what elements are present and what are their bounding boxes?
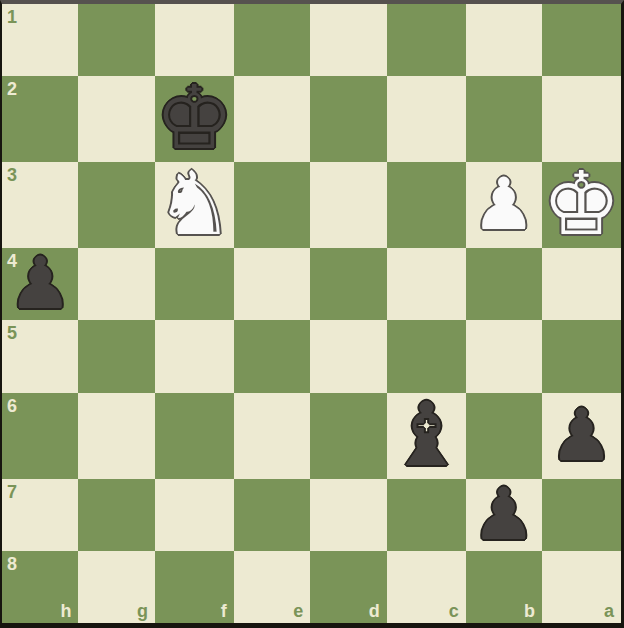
square-e1[interactable] <box>234 4 310 76</box>
square-d4[interactable] <box>310 248 386 320</box>
rank-label-1: 1 <box>7 8 17 26</box>
square-f7[interactable] <box>155 479 234 551</box>
black-king-piece[interactable]: ♚ <box>155 74 234 162</box>
square-a4[interactable] <box>542 248 621 320</box>
file-label-e: e <box>293 602 303 620</box>
square-a5[interactable] <box>542 320 621 392</box>
square-g2[interactable] <box>78 76 154 162</box>
black-pawn-piece[interactable]: ♟ <box>472 478 537 550</box>
square-e6[interactable] <box>234 393 310 479</box>
white-king-piece[interactable]: ♚ <box>542 160 621 248</box>
file-label-h: h <box>60 602 71 620</box>
square-a6[interactable]: ♟ <box>542 393 621 479</box>
square-f6[interactable] <box>155 393 234 479</box>
square-e8[interactable]: e <box>234 551 310 623</box>
square-c3[interactable] <box>387 162 466 248</box>
square-e5[interactable] <box>234 320 310 392</box>
square-g3[interactable] <box>78 162 154 248</box>
square-g5[interactable] <box>78 320 154 392</box>
square-h1[interactable]: 1 <box>2 4 78 76</box>
square-e3[interactable] <box>234 162 310 248</box>
rank-label-6: 6 <box>7 397 17 415</box>
black-pawn-piece[interactable]: ♟ <box>549 399 614 471</box>
square-f2[interactable]: ♚ <box>155 76 234 162</box>
square-f5[interactable] <box>155 320 234 392</box>
square-h5[interactable]: 5 <box>2 320 78 392</box>
square-a2[interactable] <box>542 76 621 162</box>
rank-label-5: 5 <box>7 324 17 342</box>
square-h2[interactable]: 2 <box>2 76 78 162</box>
square-h7[interactable]: 7 <box>2 479 78 551</box>
file-label-f: f <box>221 602 227 620</box>
board-frame: 12♚3♞♟♚4♟56♝♟7♟8hgfedcba <box>0 0 624 628</box>
square-b3[interactable]: ♟ <box>466 162 542 248</box>
rank-label-4: 4 <box>7 252 17 270</box>
square-g8[interactable]: g <box>78 551 154 623</box>
square-h6[interactable]: 6 <box>2 393 78 479</box>
file-label-g: g <box>137 602 148 620</box>
square-g7[interactable] <box>78 479 154 551</box>
square-a7[interactable] <box>542 479 621 551</box>
square-d1[interactable] <box>310 4 386 76</box>
square-c1[interactable] <box>387 4 466 76</box>
square-d2[interactable] <box>310 76 386 162</box>
rank-label-7: 7 <box>7 483 17 501</box>
square-c8[interactable]: c <box>387 551 466 623</box>
square-d8[interactable]: d <box>310 551 386 623</box>
square-a3[interactable]: ♚ <box>542 162 621 248</box>
file-label-c: c <box>449 602 459 620</box>
square-d3[interactable] <box>310 162 386 248</box>
square-a1[interactable] <box>542 4 621 76</box>
square-e2[interactable] <box>234 76 310 162</box>
square-g6[interactable] <box>78 393 154 479</box>
square-h4[interactable]: 4♟ <box>2 248 78 320</box>
square-g4[interactable] <box>78 248 154 320</box>
square-d7[interactable] <box>310 479 386 551</box>
square-b6[interactable] <box>466 393 542 479</box>
white-knight-piece[interactable]: ♞ <box>155 160 234 248</box>
square-f4[interactable] <box>155 248 234 320</box>
square-h3[interactable]: 3 <box>2 162 78 248</box>
square-c7[interactable] <box>387 479 466 551</box>
file-label-d: d <box>369 602 380 620</box>
black-bishop-piece[interactable]: ♝ <box>387 391 466 479</box>
black-pawn-piece[interactable]: ♟ <box>8 247 73 319</box>
rank-label-8: 8 <box>7 555 17 573</box>
square-f8[interactable]: f <box>155 551 234 623</box>
square-e7[interactable] <box>234 479 310 551</box>
square-d5[interactable] <box>310 320 386 392</box>
square-a8[interactable]: a <box>542 551 621 623</box>
square-c2[interactable] <box>387 76 466 162</box>
square-b8[interactable]: b <box>466 551 542 623</box>
square-e4[interactable] <box>234 248 310 320</box>
rank-label-3: 3 <box>7 166 17 184</box>
square-c4[interactable] <box>387 248 466 320</box>
square-f3[interactable]: ♞ <box>155 162 234 248</box>
square-b2[interactable] <box>466 76 542 162</box>
square-g1[interactable] <box>78 4 154 76</box>
square-c5[interactable] <box>387 320 466 392</box>
rank-label-2: 2 <box>7 80 17 98</box>
chess-board: 12♚3♞♟♚4♟56♝♟7♟8hgfedcba <box>2 4 621 623</box>
square-b5[interactable] <box>466 320 542 392</box>
white-pawn-piece[interactable]: ♟ <box>472 168 537 240</box>
square-c6[interactable]: ♝ <box>387 393 466 479</box>
square-b1[interactable] <box>466 4 542 76</box>
file-label-a: a <box>604 602 614 620</box>
file-label-b: b <box>524 602 535 620</box>
square-b4[interactable] <box>466 248 542 320</box>
square-d6[interactable] <box>310 393 386 479</box>
square-h8[interactable]: 8h <box>2 551 78 623</box>
square-b7[interactable]: ♟ <box>466 479 542 551</box>
